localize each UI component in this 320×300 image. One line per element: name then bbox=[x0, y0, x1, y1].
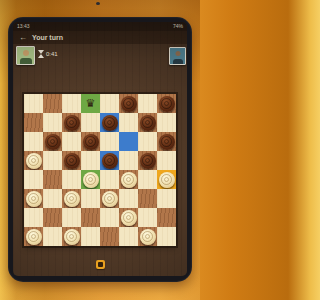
square-r0c0[interactable] bbox=[24, 94, 43, 113]
back-arrow-icon[interactable]: ← bbox=[18, 31, 28, 44]
player-avatar-right[interactable] bbox=[169, 47, 186, 65]
status-battery: 74% bbox=[173, 22, 183, 31]
checker-dark[interactable] bbox=[121, 96, 137, 112]
checker-light[interactable] bbox=[83, 172, 99, 188]
square-r6c1[interactable] bbox=[43, 208, 62, 227]
page-title: Your turn bbox=[32, 31, 63, 44]
square-r2c5[interactable] bbox=[119, 132, 138, 151]
avatar-head bbox=[23, 50, 29, 56]
checker-dark[interactable] bbox=[102, 115, 118, 131]
square-r1c3[interactable] bbox=[81, 113, 100, 132]
checker-dark[interactable] bbox=[159, 134, 175, 150]
checker-dark[interactable] bbox=[159, 96, 175, 112]
status-time: 13:43 bbox=[17, 22, 30, 31]
checker-dark[interactable] bbox=[140, 153, 156, 169]
checker-light[interactable] bbox=[140, 229, 156, 245]
square-r2c2[interactable] bbox=[62, 132, 81, 151]
square-r7c4[interactable] bbox=[100, 227, 119, 246]
square-r5c6[interactable] bbox=[138, 189, 157, 208]
status-bar: 13:43 74% bbox=[13, 22, 187, 31]
checker-light[interactable] bbox=[64, 191, 80, 207]
square-r4c2[interactable] bbox=[62, 170, 81, 189]
square-r5c2[interactable] bbox=[62, 189, 81, 208]
checker-dark[interactable] bbox=[83, 134, 99, 150]
square-r3c0[interactable] bbox=[24, 151, 43, 170]
square-r2c6[interactable] bbox=[138, 132, 157, 151]
square-r2c3[interactable] bbox=[81, 132, 100, 151]
checker-dark[interactable] bbox=[140, 115, 156, 131]
checker-light[interactable] bbox=[121, 210, 137, 226]
square-r7c3[interactable] bbox=[81, 227, 100, 246]
square-r4c6[interactable] bbox=[138, 170, 157, 189]
square-r7c2[interactable] bbox=[62, 227, 81, 246]
checker-light[interactable] bbox=[121, 172, 137, 188]
square-r4c4[interactable] bbox=[100, 170, 119, 189]
square-r0c1[interactable] bbox=[43, 94, 62, 113]
square-r2c7[interactable] bbox=[157, 132, 176, 151]
square-r5c3[interactable] bbox=[81, 189, 100, 208]
checker-light[interactable] bbox=[102, 191, 118, 207]
square-r0c5[interactable] bbox=[119, 94, 138, 113]
square-r0c2[interactable] bbox=[62, 94, 81, 113]
square-r1c7[interactable] bbox=[157, 113, 176, 132]
avatar-torso bbox=[20, 58, 32, 64]
crown-icon: ♛ bbox=[81, 94, 100, 113]
timer-value: 0:41 bbox=[46, 51, 58, 57]
checker-dark[interactable] bbox=[102, 153, 118, 169]
nav-game-icon[interactable] bbox=[96, 260, 105, 269]
square-r1c0[interactable] bbox=[24, 113, 43, 132]
square-r3c3[interactable] bbox=[81, 151, 100, 170]
square-r6c0[interactable] bbox=[24, 208, 43, 227]
hourglass-icon bbox=[38, 50, 44, 58]
square-r2c1[interactable] bbox=[43, 132, 62, 151]
checker-light[interactable] bbox=[159, 172, 175, 188]
square-r4c0[interactable] bbox=[24, 170, 43, 189]
square-r3c5[interactable] bbox=[119, 151, 138, 170]
checker-light[interactable] bbox=[26, 229, 42, 245]
square-r5c1[interactable] bbox=[43, 189, 62, 208]
square-r1c5[interactable] bbox=[119, 113, 138, 132]
board: ♛ bbox=[24, 94, 176, 246]
square-r3c7[interactable] bbox=[157, 151, 176, 170]
square-r4c5[interactable] bbox=[119, 170, 138, 189]
square-r7c1[interactable] bbox=[43, 227, 62, 246]
square-r7c5[interactable] bbox=[119, 227, 138, 246]
square-r7c0[interactable] bbox=[24, 227, 43, 246]
checker-light[interactable] bbox=[26, 191, 42, 207]
tablet-frame: 13:43 74% ← Your turn 0:41 ♛ bbox=[8, 17, 192, 282]
camera-dot bbox=[96, 2, 100, 5]
square-r0c3[interactable]: ♛ bbox=[81, 94, 100, 113]
square-r5c0[interactable] bbox=[24, 189, 43, 208]
square-r6c5[interactable] bbox=[119, 208, 138, 227]
square-r6c3[interactable] bbox=[81, 208, 100, 227]
square-r0c6[interactable] bbox=[138, 94, 157, 113]
square-r3c2[interactable] bbox=[62, 151, 81, 170]
square-r3c1[interactable] bbox=[43, 151, 62, 170]
square-r4c7[interactable] bbox=[157, 170, 176, 189]
square-r1c2[interactable] bbox=[62, 113, 81, 132]
square-r0c7[interactable] bbox=[157, 94, 176, 113]
square-r0c4[interactable] bbox=[100, 94, 119, 113]
square-r1c6[interactable] bbox=[138, 113, 157, 132]
square-r5c4[interactable] bbox=[100, 189, 119, 208]
move-timer: 0:41 bbox=[38, 50, 58, 58]
nav-game-icon-glyph bbox=[98, 262, 103, 267]
square-r4c1[interactable] bbox=[43, 170, 62, 189]
player-avatar-left[interactable] bbox=[16, 46, 35, 65]
square-r7c6[interactable] bbox=[138, 227, 157, 246]
square-r1c4[interactable] bbox=[100, 113, 119, 132]
square-r4c3[interactable] bbox=[81, 170, 100, 189]
checker-light[interactable] bbox=[26, 153, 42, 169]
toolbar: ← Your turn bbox=[13, 31, 187, 44]
square-r6c6[interactable] bbox=[138, 208, 157, 227]
square-r5c5[interactable] bbox=[119, 189, 138, 208]
checker-light[interactable] bbox=[64, 229, 80, 245]
square-r3c6[interactable] bbox=[138, 151, 157, 170]
checker-dark[interactable] bbox=[64, 153, 80, 169]
checker-dark[interactable] bbox=[45, 134, 61, 150]
square-r3c4[interactable] bbox=[100, 151, 119, 170]
app-screen: 13:43 74% ← Your turn 0:41 ♛ bbox=[13, 22, 187, 276]
square-r5c7[interactable] bbox=[157, 189, 176, 208]
square-r6c2[interactable] bbox=[62, 208, 81, 227]
square-r2c4[interactable] bbox=[100, 132, 119, 151]
square-r6c4[interactable] bbox=[100, 208, 119, 227]
square-r2c0[interactable] bbox=[24, 132, 43, 151]
square-r6c7[interactable] bbox=[157, 208, 176, 227]
avatar-torso bbox=[173, 59, 183, 64]
square-r7c7[interactable] bbox=[157, 227, 176, 246]
avatar-head bbox=[175, 51, 180, 56]
square-r1c1[interactable] bbox=[43, 113, 62, 132]
checker-dark[interactable] bbox=[64, 115, 80, 131]
